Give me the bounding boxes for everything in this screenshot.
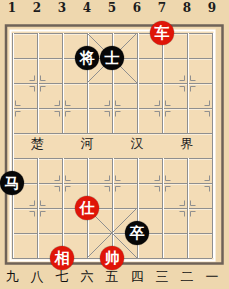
piece-red-chariot[interactable]: 车 <box>150 21 174 45</box>
top-file-label-4: 4 <box>77 1 97 16</box>
river-char-4: 界 <box>177 136 197 151</box>
bottom-file-label-4: 六 <box>77 268 97 286</box>
river-char-2: 河 <box>77 136 97 151</box>
bottom-file-label-7: 三 <box>152 268 172 286</box>
river-char-3: 汉 <box>127 136 147 151</box>
top-file-label-1: 1 <box>2 1 22 16</box>
top-file-label-7: 7 <box>152 1 172 16</box>
top-file-label-3: 3 <box>52 1 72 16</box>
top-file-label-5: 5 <box>102 1 122 16</box>
bottom-file-label-3: 七 <box>52 268 72 286</box>
bottom-file-label-5: 五 <box>102 268 122 286</box>
top-file-label-6: 6 <box>127 1 147 16</box>
piece-red-general[interactable]: 帅 <box>100 246 124 270</box>
top-file-label-9: 9 <box>202 1 222 16</box>
bottom-file-label-1: 九 <box>2 268 22 286</box>
top-file-label-2: 2 <box>27 1 47 16</box>
piece-black-horse[interactable]: 马 <box>0 171 24 195</box>
piece-red-advisor[interactable]: 仕 <box>75 196 99 220</box>
bottom-file-label-8: 二 <box>177 268 197 286</box>
piece-black-soldier[interactable]: 卒 <box>125 221 149 245</box>
piece-black-general[interactable]: 将 <box>75 46 99 70</box>
bottom-file-label-2: 八 <box>27 268 47 286</box>
river-char-1: 楚 <box>27 136 47 151</box>
piece-red-elephant[interactable]: 相 <box>50 246 74 270</box>
xiangqi-board[interactable]: 123456789 楚河汉界 九八七六五四三二一 车将士马仕卒相帅 <box>0 0 229 289</box>
bottom-file-label-6: 四 <box>127 268 147 286</box>
piece-black-advisor[interactable]: 士 <box>100 46 124 70</box>
top-file-label-8: 8 <box>177 1 197 16</box>
bottom-file-label-9: 一 <box>202 268 222 286</box>
